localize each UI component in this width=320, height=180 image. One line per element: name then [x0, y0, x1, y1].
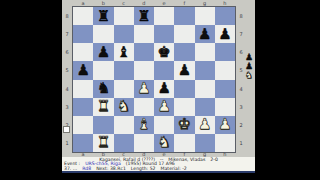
square-g4	[195, 80, 215, 98]
white-pawn: ♟	[134, 80, 154, 98]
file-label-b: b	[93, 0, 113, 7]
square-h3	[215, 98, 235, 116]
square-d3	[134, 98, 154, 116]
file-label-d: d	[134, 0, 154, 7]
white-knight: ♞	[114, 98, 134, 116]
square-e6: ♚	[154, 43, 174, 61]
square-g1	[195, 134, 215, 152]
square-c4	[114, 80, 134, 98]
square-h2: ♟	[215, 116, 235, 134]
square-a7	[73, 25, 93, 43]
captured-white-knight: ♞	[245, 71, 253, 80]
square-g8	[195, 7, 215, 25]
square-a4	[73, 80, 93, 98]
black-king: ♚	[154, 43, 174, 61]
rank-label-7: 7	[236, 25, 246, 43]
square-h7: ♟	[215, 25, 235, 43]
square-g3	[195, 98, 215, 116]
square-h6	[215, 43, 235, 61]
square-g7: ♟	[195, 25, 215, 43]
captured-pieces-tray: ♟♟♞	[243, 53, 255, 80]
black-pawn: ♟	[174, 61, 194, 79]
square-e3: ♟	[154, 98, 174, 116]
square-b2	[93, 116, 113, 134]
square-f2: ♚	[174, 116, 194, 134]
square-c3: ♞	[114, 98, 134, 116]
file-label-c: c	[114, 0, 134, 7]
file-label-h: h	[215, 0, 235, 7]
square-e7	[154, 25, 174, 43]
rank-label-3: 3	[236, 98, 246, 116]
square-e4: ♟	[154, 80, 174, 98]
square-c5	[114, 61, 134, 79]
square-a6	[73, 43, 93, 61]
caption-divider	[62, 171, 255, 173]
video-frame: abcdefgh ♜♜♟♟♟♝♚♟♟♞♟♟♜♞♟♝♚♟♟♜♞ abcdefgh …	[0, 0, 320, 180]
square-f3	[174, 98, 194, 116]
square-a8	[73, 7, 93, 25]
square-b4: ♞	[93, 80, 113, 98]
black-pawn: ♟	[154, 80, 174, 98]
rank-label-6: 6	[62, 43, 72, 61]
last-move: Rd8	[82, 166, 91, 171]
square-f1	[174, 134, 194, 152]
rank-label-3: 3	[62, 98, 72, 116]
black-rook: ♜	[134, 7, 154, 25]
square-d6	[134, 43, 154, 61]
square-b3: ♜	[93, 98, 113, 116]
square-a5: ♟	[73, 61, 93, 79]
rank-label-1: 1	[62, 134, 72, 152]
square-d1	[134, 134, 154, 152]
square-f4	[174, 80, 194, 98]
next-move-label: Next: 38.Rc1	[96, 166, 126, 171]
white-knight: ♞	[154, 134, 174, 152]
rank-label-7: 7	[62, 25, 72, 43]
square-d4: ♟	[134, 80, 154, 98]
square-g2: ♟	[195, 116, 215, 134]
white-pawn: ♟	[195, 116, 215, 134]
square-c1	[114, 134, 134, 152]
square-d7	[134, 25, 154, 43]
length-label: Length: 52	[131, 166, 156, 171]
square-c8	[114, 7, 134, 25]
square-g5	[195, 61, 215, 79]
move-number: 37. ...	[64, 166, 77, 171]
square-d2: ♝	[134, 116, 154, 134]
file-label-g: g	[195, 0, 215, 7]
square-f6	[174, 43, 194, 61]
square-h1	[215, 134, 235, 152]
square-f7	[174, 25, 194, 43]
white-pawn: ♟	[215, 116, 235, 134]
square-c7	[114, 25, 134, 43]
square-b7	[93, 25, 113, 43]
white-to-move-indicator	[63, 126, 70, 133]
left-letterbox	[0, 0, 62, 180]
square-d8: ♜	[134, 7, 154, 25]
black-rook: ♜	[93, 7, 113, 25]
square-e1: ♞	[154, 134, 174, 152]
square-c6: ♝	[114, 43, 134, 61]
white-bishop: ♝	[134, 116, 154, 134]
rank-label-2: 2	[236, 116, 246, 134]
caption-bar: Kagansei, Rafail d (????)--Mikenas, Vlad…	[62, 157, 255, 171]
black-pawn: ♟	[195, 25, 215, 43]
board: ♜♜♟♟♟♝♚♟♟♞♟♟♜♞♟♝♚♟♟♜♞	[73, 7, 235, 152]
file-label-f: f	[174, 0, 194, 7]
square-d5	[134, 61, 154, 79]
rank-label-5: 5	[62, 61, 72, 79]
right-letterbox	[255, 0, 320, 180]
square-h4	[215, 80, 235, 98]
square-a3	[73, 98, 93, 116]
file-labels-top: abcdefgh	[73, 0, 235, 7]
square-e8	[154, 7, 174, 25]
material-label: Material: -2	[161, 166, 187, 171]
square-a1	[73, 134, 93, 152]
square-f8	[174, 7, 194, 25]
white-king: ♚	[174, 116, 194, 134]
game-result: 2-0	[210, 157, 218, 162]
file-label-e: e	[154, 0, 174, 7]
square-a2	[73, 116, 93, 134]
file-label-a: a	[73, 0, 93, 7]
rank-label-8: 8	[62, 7, 72, 25]
square-e2	[154, 116, 174, 134]
rank-label-4: 4	[62, 80, 72, 98]
square-f5: ♟	[174, 61, 194, 79]
black-pawn: ♟	[73, 61, 93, 79]
square-e5	[154, 61, 174, 79]
rank-label-1: 1	[236, 134, 246, 152]
white-rook: ♜	[93, 134, 113, 152]
square-b6: ♟	[93, 43, 113, 61]
rank-label-8: 8	[236, 7, 246, 25]
rank-label-4: 4	[236, 80, 246, 98]
white-pawn: ♟	[154, 98, 174, 116]
square-b1: ♜	[93, 134, 113, 152]
square-g6	[195, 43, 215, 61]
board-frame: abcdefgh ♜♜♟♟♟♝♚♟♟♞♟♟♜♞♟♝♚♟♟♜♞ abcdefgh …	[62, 0, 255, 157]
square-h5	[215, 61, 235, 79]
black-pawn: ♟	[215, 25, 235, 43]
black-knight: ♞	[93, 80, 113, 98]
black-pawn: ♟	[93, 43, 113, 61]
square-b8: ♜	[93, 7, 113, 25]
square-c2	[114, 116, 134, 134]
square-b5	[93, 61, 113, 79]
black-bishop: ♝	[114, 43, 134, 61]
square-h8	[215, 7, 235, 25]
white-rook: ♜	[93, 98, 113, 116]
